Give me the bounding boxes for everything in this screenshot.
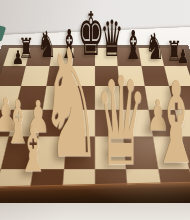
square-e4 [95,136,126,168]
square-c4 [32,136,66,168]
square-d7 [70,66,95,86]
square-b7 [21,66,49,86]
square-c6 [42,86,70,109]
chess-photo-scene: ♜♞♝♚♛♝♞♜♟♟♟♟♟♝♞♝♝♛ [0,0,190,220]
square-b6 [16,86,46,109]
square-e5 [95,109,124,136]
square-h8 [160,48,187,66]
square-b5 [9,109,42,136]
square-d8 [72,48,95,66]
square-d6 [69,86,95,109]
square-h7 [164,66,190,86]
square-b8 [26,48,52,66]
square-e7 [95,66,120,86]
square-c8 [49,48,73,66]
table-surface-near [0,203,190,220]
square-c7 [46,66,72,86]
square-e8 [95,48,118,66]
square-e6 [95,86,121,109]
square-d4 [64,136,95,168]
square-d5 [66,109,95,136]
square-f8 [117,48,141,66]
square-c5 [38,109,69,136]
square-f6 [120,86,148,109]
square-f7 [118,66,144,86]
